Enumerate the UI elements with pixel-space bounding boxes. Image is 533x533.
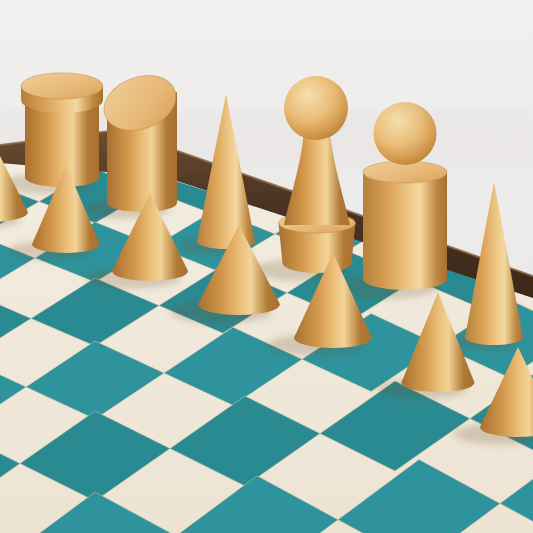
- cylinder-body: [25, 102, 99, 187]
- cylinder-body: [363, 172, 447, 290]
- king-ball: [374, 102, 437, 165]
- queen-ball: [284, 76, 348, 140]
- end-grain-top: [21, 73, 103, 99]
- chess-photo-stage: [0, 0, 533, 533]
- scene-photo: [0, 0, 533, 533]
